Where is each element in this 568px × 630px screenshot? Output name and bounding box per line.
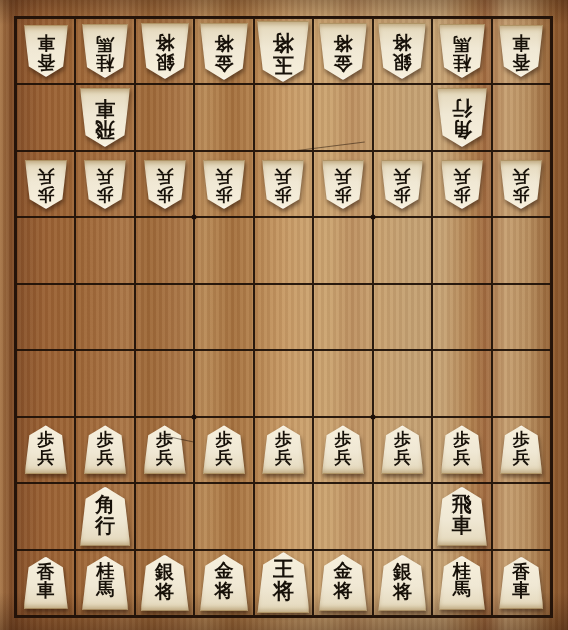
piece-kanji: 兵: [453, 449, 470, 467]
piece-knight[interactable]: 桂馬: [439, 556, 485, 610]
piece-pawn[interactable]: 歩兵: [441, 425, 483, 474]
piece-pawn[interactable]: 歩兵: [500, 425, 542, 474]
board-cell[interactable]: 金将: [313, 18, 372, 84]
board-cell[interactable]: 歩兵: [492, 417, 551, 483]
piece-kanji: 行: [95, 515, 115, 536]
board-cell[interactable]: 香車: [16, 18, 75, 84]
board-cell[interactable]: [432, 350, 491, 416]
piece-kanji: 兵: [275, 167, 292, 185]
piece-kanji: 将: [155, 33, 174, 53]
board-cell[interactable]: [492, 217, 551, 283]
board-cell[interactable]: [135, 84, 194, 150]
piece-kanji: 馬: [453, 580, 471, 599]
board-cell[interactable]: [313, 483, 372, 549]
board-cell[interactable]: 香車: [492, 550, 551, 616]
piece-lance[interactable]: 香車: [24, 557, 68, 609]
piece-kanji: 兵: [216, 167, 233, 185]
star-point: [370, 215, 375, 220]
piece-wrap: 歩兵: [322, 160, 364, 209]
board-cell[interactable]: [254, 483, 313, 549]
piece-kanji: 歩: [97, 185, 114, 203]
board-cell[interactable]: [492, 483, 551, 549]
piece-wrap: 歩兵: [262, 425, 304, 474]
piece-kanji: 角: [95, 494, 115, 515]
piece-kanji: 兵: [97, 449, 114, 467]
piece-pawn[interactable]: 歩兵: [381, 160, 423, 209]
board-cell[interactable]: [16, 483, 75, 549]
board-cell[interactable]: [313, 284, 372, 350]
piece-kanji: 銀: [155, 562, 174, 582]
board-cell[interactable]: [492, 284, 551, 350]
piece-wrap: 歩兵: [262, 160, 304, 209]
board-cell[interactable]: 歩兵: [313, 417, 372, 483]
piece-pawn[interactable]: 歩兵: [25, 160, 67, 209]
piece-pawn[interactable]: 歩兵: [262, 160, 304, 209]
piece-kanji: 将: [333, 33, 352, 53]
piece-kanji: 銀: [155, 52, 174, 72]
board-cell[interactable]: 歩兵: [432, 417, 491, 483]
piece-king[interactable]: 王将: [257, 552, 309, 613]
piece-kanji: 将: [155, 582, 174, 602]
piece-wrap: 香車: [499, 25, 543, 77]
board-cell[interactable]: [432, 217, 491, 283]
piece-silver[interactable]: 銀将: [141, 555, 189, 611]
piece-wrap: 角行: [437, 88, 487, 147]
board-cell[interactable]: [75, 284, 134, 350]
piece-kanji: 将: [215, 581, 234, 601]
piece-wrap: 桂馬: [439, 556, 485, 610]
piece-wrap: 角行: [80, 487, 130, 546]
piece-kanji: 金: [215, 53, 234, 73]
piece-wrap: 桂馬: [82, 24, 128, 78]
board-cell[interactable]: [254, 350, 313, 416]
piece-wrap: 玉将: [257, 21, 309, 82]
board-cell[interactable]: 王将: [254, 550, 313, 616]
board-cell[interactable]: [135, 284, 194, 350]
piece-kanji: 兵: [156, 449, 173, 467]
piece-pawn[interactable]: 歩兵: [381, 425, 423, 474]
piece-kanji: 王: [273, 559, 294, 581]
piece-kanji: 兵: [275, 449, 292, 467]
board-cell[interactable]: [16, 350, 75, 416]
piece-kanji: 歩: [453, 185, 470, 203]
piece-kanji: 将: [393, 33, 412, 53]
piece-bishop[interactable]: 角行: [437, 88, 487, 147]
piece-pawn[interactable]: 歩兵: [322, 425, 364, 474]
board-cell[interactable]: 歩兵: [492, 151, 551, 217]
board-cell[interactable]: 銀将: [373, 18, 432, 84]
piece-wrap: 香車: [499, 557, 543, 609]
piece-pawn[interactable]: 歩兵: [25, 425, 67, 474]
board-cell[interactable]: 歩兵: [135, 151, 194, 217]
board-cell[interactable]: [432, 284, 491, 350]
piece-kanji: 車: [37, 581, 55, 600]
piece-wrap: 銀将: [141, 23, 189, 79]
piece-kanji: 車: [452, 515, 472, 536]
board-cell[interactable]: 歩兵: [373, 417, 432, 483]
board-cell[interactable]: [16, 217, 75, 283]
piece-wrap: 歩兵: [441, 160, 483, 209]
piece-kanji: 車: [37, 34, 55, 53]
piece-lance[interactable]: 香車: [499, 557, 543, 609]
board-cell[interactable]: 歩兵: [254, 417, 313, 483]
piece-knight[interactable]: 桂馬: [82, 24, 128, 78]
piece-wrap: 歩兵: [25, 425, 67, 474]
shogi-board-photo: 香車桂馬銀将金将玉将金将銀将桂馬香車飛車角行歩兵歩兵歩兵歩兵歩兵歩兵歩兵歩兵歩兵…: [0, 0, 568, 630]
piece-knight[interactable]: 桂馬: [82, 556, 128, 610]
piece-kanji: 車: [512, 581, 530, 600]
piece-kanji: 兵: [37, 449, 54, 467]
piece-wrap: 歩兵: [25, 160, 67, 209]
piece-kanji: 兵: [156, 167, 173, 185]
piece-kanji: 歩: [156, 185, 173, 203]
piece-kanji: 車: [95, 99, 115, 120]
board-cell[interactable]: [373, 217, 432, 283]
board-cell[interactable]: 歩兵: [75, 151, 134, 217]
piece-wrap: 歩兵: [144, 425, 186, 474]
piece-kanji: 将: [273, 31, 294, 53]
piece-gold[interactable]: 金将: [200, 554, 248, 611]
piece-wrap: 歩兵: [500, 160, 542, 209]
board-cell[interactable]: [373, 350, 432, 416]
piece-kanji: 歩: [275, 185, 292, 203]
board-cell[interactable]: [254, 84, 313, 150]
board-cell[interactable]: 桂馬: [432, 18, 491, 84]
piece-wrap: 飛車: [437, 487, 487, 546]
board-cell[interactable]: [75, 350, 134, 416]
board-cell[interactable]: [194, 84, 253, 150]
piece-kanji: 香: [512, 53, 530, 72]
board-cell[interactable]: [313, 217, 372, 283]
board-cell[interactable]: 角行: [432, 84, 491, 150]
board-cell[interactable]: [135, 217, 194, 283]
piece-kanji: 将: [273, 581, 294, 603]
piece-pawn[interactable]: 歩兵: [203, 425, 245, 474]
board-cell[interactable]: 桂馬: [75, 18, 134, 84]
piece-kanji: 兵: [334, 167, 351, 185]
piece-king[interactable]: 玉将: [257, 21, 309, 82]
board-cell[interactable]: 歩兵: [16, 151, 75, 217]
piece-wrap: 飛車: [80, 88, 130, 147]
piece-wrap: 金将: [200, 23, 248, 80]
piece-kanji: 将: [393, 582, 412, 602]
piece-pawn[interactable]: 歩兵: [500, 160, 542, 209]
piece-kanji: 歩: [394, 185, 411, 203]
piece-wrap: 香車: [24, 25, 68, 77]
piece-pawn[interactable]: 歩兵: [322, 160, 364, 209]
board-cell[interactable]: 歩兵: [373, 151, 432, 217]
piece-pawn[interactable]: 歩兵: [262, 425, 304, 474]
piece-kanji: 将: [215, 33, 234, 53]
piece-kanji: 馬: [96, 580, 114, 599]
piece-kanji: 将: [333, 581, 352, 601]
piece-wrap: 香車: [24, 557, 68, 609]
board-cell[interactable]: [373, 284, 432, 350]
piece-kanji: 飛: [95, 119, 115, 140]
board-cell[interactable]: 銀将: [373, 550, 432, 616]
piece-wrap: 歩兵: [203, 425, 245, 474]
piece-wrap: 金将: [319, 23, 367, 80]
board-cell[interactable]: 歩兵: [75, 417, 134, 483]
board-cell[interactable]: 飛車: [432, 483, 491, 549]
board-cell[interactable]: [16, 284, 75, 350]
piece-silver[interactable]: 銀将: [378, 555, 426, 611]
piece-kanji: 馬: [453, 35, 471, 54]
board-cell[interactable]: [254, 284, 313, 350]
piece-silver[interactable]: 銀将: [141, 23, 189, 79]
board-cell[interactable]: [492, 350, 551, 416]
piece-kanji: 桂: [96, 54, 114, 73]
piece-rook[interactable]: 飛車: [437, 487, 487, 546]
piece-wrap: 歩兵: [84, 425, 126, 474]
piece-kanji: 銀: [393, 562, 412, 582]
board-cell[interactable]: 桂馬: [75, 550, 134, 616]
piece-kanji: 兵: [394, 167, 411, 185]
piece-kanji: 香: [37, 53, 55, 72]
board-cell[interactable]: [135, 483, 194, 549]
piece-rook[interactable]: 飛車: [80, 88, 130, 147]
piece-kanji: 飛: [452, 494, 472, 515]
piece-kanji: 銀: [393, 52, 412, 72]
board-cell[interactable]: 飛車: [75, 84, 134, 150]
piece-kanji: 兵: [513, 449, 530, 467]
piece-pawn[interactable]: 歩兵: [203, 160, 245, 209]
piece-gold[interactable]: 金将: [319, 554, 367, 611]
piece-wrap: 銀将: [141, 555, 189, 611]
piece-wrap: 歩兵: [203, 160, 245, 209]
board-cell[interactable]: 桂馬: [432, 550, 491, 616]
piece-kanji: 金: [333, 53, 352, 73]
star-point: [192, 215, 197, 220]
piece-wrap: 歩兵: [381, 160, 423, 209]
piece-wrap: 金将: [200, 554, 248, 611]
piece-wrap: 歩兵: [144, 160, 186, 209]
board-cell[interactable]: 香車: [492, 18, 551, 84]
piece-kanji: 兵: [216, 449, 233, 467]
piece-gold[interactable]: 金将: [200, 23, 248, 80]
piece-wrap: 歩兵: [500, 425, 542, 474]
board-cell[interactable]: [194, 483, 253, 549]
board-cell[interactable]: [194, 284, 253, 350]
board-cell[interactable]: 香車: [16, 550, 75, 616]
piece-kanji: 兵: [334, 449, 351, 467]
board-cell[interactable]: 金将: [194, 550, 253, 616]
piece-kanji: 車: [512, 34, 530, 53]
board-cell[interactable]: 金将: [313, 550, 372, 616]
piece-silver[interactable]: 銀将: [378, 23, 426, 79]
piece-gold[interactable]: 金将: [319, 23, 367, 80]
board-cell[interactable]: 金将: [194, 18, 253, 84]
piece-pawn[interactable]: 歩兵: [144, 425, 186, 474]
piece-kanji: 兵: [394, 449, 411, 467]
board-cell[interactable]: 歩兵: [313, 151, 372, 217]
board-cell[interactable]: [16, 84, 75, 150]
board-cell[interactable]: 歩兵: [194, 417, 253, 483]
board-cell[interactable]: 角行: [75, 483, 134, 549]
piece-wrap: 王将: [257, 552, 309, 613]
piece-lance[interactable]: 香車: [24, 25, 68, 77]
piece-wrap: 歩兵: [441, 425, 483, 474]
board-cell[interactable]: [254, 217, 313, 283]
piece-kanji: 歩: [334, 185, 351, 203]
board-cell[interactable]: [492, 84, 551, 150]
piece-kanji: 角: [452, 119, 472, 140]
board-cell[interactable]: [75, 217, 134, 283]
piece-pawn[interactable]: 歩兵: [84, 160, 126, 209]
piece-wrap: 歩兵: [322, 425, 364, 474]
board-cell[interactable]: [373, 483, 432, 549]
piece-wrap: 銀将: [378, 23, 426, 79]
piece-kanji: 歩: [216, 185, 233, 203]
star-point: [370, 414, 375, 419]
board-cell[interactable]: [194, 350, 253, 416]
piece-pawn[interactable]: 歩兵: [144, 160, 186, 209]
board-cell[interactable]: 歩兵: [135, 417, 194, 483]
board-cell[interactable]: [135, 350, 194, 416]
piece-wrap: 桂馬: [439, 24, 485, 78]
piece-kanji: 兵: [513, 167, 530, 185]
piece-knight[interactable]: 桂馬: [439, 24, 485, 78]
board-cell[interactable]: [194, 217, 253, 283]
piece-kanji: 兵: [453, 167, 470, 185]
board-cell[interactable]: 歩兵: [432, 151, 491, 217]
piece-pawn[interactable]: 歩兵: [441, 160, 483, 209]
piece-wrap: 桂馬: [82, 556, 128, 610]
shogi-board: 香車桂馬銀将金将玉将金将銀将桂馬香車飛車角行歩兵歩兵歩兵歩兵歩兵歩兵歩兵歩兵歩兵…: [14, 16, 553, 618]
board-cell[interactable]: 玉将: [254, 18, 313, 84]
piece-kanji: 桂: [453, 54, 471, 73]
board-cell[interactable]: 歩兵: [16, 417, 75, 483]
piece-kanji: 歩: [37, 185, 54, 203]
board-cell[interactable]: 銀将: [135, 550, 194, 616]
piece-wrap: 金将: [319, 554, 367, 611]
piece-kanji: 玉: [273, 53, 294, 75]
board-cell[interactable]: [373, 84, 432, 150]
board-cell[interactable]: 銀将: [135, 18, 194, 84]
piece-bishop[interactable]: 角行: [80, 487, 130, 546]
piece-kanji: 行: [452, 99, 472, 120]
board-cell[interactable]: 歩兵: [254, 151, 313, 217]
piece-lance[interactable]: 香車: [499, 25, 543, 77]
piece-wrap: 歩兵: [381, 425, 423, 474]
piece-kanji: 兵: [97, 167, 114, 185]
piece-kanji: 歩: [513, 185, 530, 203]
piece-pawn[interactable]: 歩兵: [84, 425, 126, 474]
board-cell[interactable]: 歩兵: [194, 151, 253, 217]
piece-kanji: 馬: [96, 35, 114, 54]
board-cell[interactable]: [313, 350, 372, 416]
piece-wrap: 歩兵: [84, 160, 126, 209]
piece-kanji: 兵: [37, 167, 54, 185]
star-point: [192, 414, 197, 419]
piece-wrap: 銀将: [378, 555, 426, 611]
